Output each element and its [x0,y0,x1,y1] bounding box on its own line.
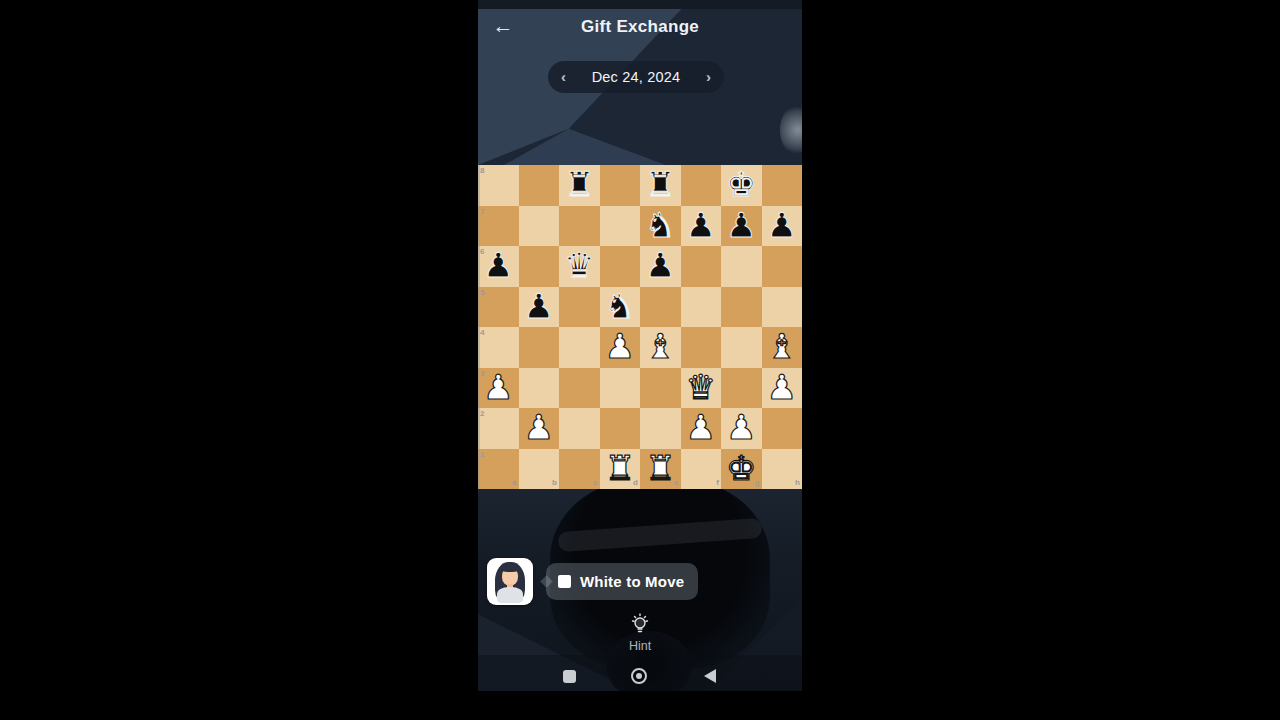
square-f7[interactable]: ♟ [681,206,722,247]
android-nav-bar [478,664,802,690]
turn-bubble: White to Move [546,563,698,600]
white-pawn-d4[interactable]: ♟ [600,327,641,368]
avatar [487,558,533,605]
square-a2[interactable]: 2 [478,408,519,449]
app-window: ← Gift Exchange ‹ Dec 24, 2024 › 8♜♜♚7♞♟… [478,0,802,691]
square-f6[interactable] [681,246,722,287]
square-h7[interactable]: ♟ [762,206,803,247]
white-rook-d1[interactable]: ♜ [600,449,641,490]
black-pawn-h7[interactable]: ♟ [762,206,803,247]
square-e2[interactable] [640,408,681,449]
page-title: Gift Exchange [478,17,802,37]
square-f4[interactable] [681,327,722,368]
square-b3[interactable] [519,368,560,409]
square-a8[interactable]: 8 [478,165,519,206]
square-f3[interactable]: ♛ [681,368,722,409]
square-c4[interactable] [559,327,600,368]
square-d7[interactable] [600,206,641,247]
square-h8[interactable] [762,165,803,206]
screen: ← Gift Exchange ‹ Dec 24, 2024 › 8♜♜♚7♞♟… [0,0,1280,720]
square-g4[interactable] [721,327,762,368]
square-e4[interactable]: ♝ [640,327,681,368]
square-b2[interactable]: ♟ [519,408,560,449]
file-label: b [552,479,557,487]
rank-label: 2 [480,410,484,418]
square-g1[interactable]: g♚ [721,449,762,490]
square-e7[interactable]: ♞ [640,206,681,247]
square-d3[interactable] [600,368,641,409]
square-c1[interactable]: c [559,449,600,490]
board-edge-artifact [478,165,480,489]
square-b5[interactable]: ♟ [519,287,560,328]
next-date-icon[interactable]: › [706,61,711,93]
background-piece-glow [780,104,802,156]
bottom-black-strip [478,691,802,720]
square-e6[interactable]: ♟ [640,246,681,287]
white-king-g1[interactable]: ♚ [721,449,762,490]
square-a5[interactable]: 5 [478,287,519,328]
date-selector[interactable]: ‹ Dec 24, 2024 › [548,61,724,93]
square-b4[interactable] [519,327,560,368]
black-king-g8[interactable]: ♚ [721,165,762,206]
board-grid[interactable]: 8♜♜♚7♞♟♟♟6♟♛♟5♟♞4♟♝♝3♟♛♟2♟♟♟1abcd♜e♜fg♚h [478,165,802,489]
rank-label: 7 [480,208,484,216]
status-bar [478,0,802,9]
black-pawn-g7[interactable]: ♟ [721,206,762,247]
square-d8[interactable] [600,165,641,206]
overview-button-icon[interactable] [563,670,576,683]
square-g8[interactable]: ♚ [721,165,762,206]
bubble-notch [540,575,553,588]
white-pawn-h3[interactable]: ♟ [762,368,803,409]
black-pawn-b5[interactable]: ♟ [519,287,560,328]
rank-label: 4 [480,329,484,337]
file-label: a [512,479,516,487]
square-d5[interactable]: ♞ [600,287,641,328]
square-h3[interactable]: ♟ [762,368,803,409]
white-bishop-h4[interactable]: ♝ [762,327,803,368]
black-pawn-e6[interactable]: ♟ [640,246,681,287]
square-c3[interactable] [559,368,600,409]
black-rook-c8[interactable]: ♜ [559,165,600,206]
file-label: c [593,479,597,487]
white-pawn-a3[interactable]: ♟ [478,368,519,409]
back-button[interactable]: ← [490,13,516,39]
avatar-body [497,587,523,603]
square-c8[interactable]: ♜ [559,165,600,206]
lightbulb-icon [628,612,652,636]
white-pawn-f2[interactable]: ♟ [681,408,722,449]
square-b7[interactable] [519,206,560,247]
white-side-icon [558,575,571,588]
square-c5[interactable] [559,287,600,328]
white-pawn-b2[interactable]: ♟ [519,408,560,449]
file-label: h [795,479,800,487]
black-knight-d5[interactable]: ♞ [600,287,641,328]
square-d2[interactable] [600,408,641,449]
square-a3[interactable]: 3♟ [478,368,519,409]
hint-label: Hint [629,639,651,653]
square-h4[interactable]: ♝ [762,327,803,368]
prev-date-icon[interactable]: ‹ [561,61,566,93]
file-label: f [716,479,719,487]
turn-label: White to Move [580,573,684,590]
square-e8[interactable]: ♜ [640,165,681,206]
black-knight-e7[interactable]: ♞ [640,206,681,247]
white-queen-f3[interactable]: ♛ [681,368,722,409]
square-h6[interactable] [762,246,803,287]
square-c2[interactable] [559,408,600,449]
black-rook-e8[interactable]: ♜ [640,165,681,206]
white-pawn-g2[interactable]: ♟ [721,408,762,449]
square-b1[interactable]: b [519,449,560,490]
square-d1[interactable]: d♜ [600,449,641,490]
white-bishop-e4[interactable]: ♝ [640,327,681,368]
square-d4[interactable]: ♟ [600,327,641,368]
square-e1[interactable]: e♜ [640,449,681,490]
square-c6[interactable]: ♛ [559,246,600,287]
square-e3[interactable] [640,368,681,409]
square-c7[interactable] [559,206,600,247]
square-g7[interactable]: ♟ [721,206,762,247]
turn-indicator-row: White to Move [487,557,698,605]
square-f1[interactable]: f [681,449,722,490]
square-e5[interactable] [640,287,681,328]
square-h5[interactable] [762,287,803,328]
avatar-bangs [500,564,520,572]
header: ← Gift Exchange [478,10,802,44]
square-a6[interactable]: 6♟ [478,246,519,287]
black-queen-c6[interactable]: ♛ [559,246,600,287]
square-g3[interactable] [721,368,762,409]
rank-label: 8 [480,167,484,175]
square-b8[interactable] [519,165,560,206]
square-b6[interactable] [519,246,560,287]
square-f8[interactable] [681,165,722,206]
back-button-icon[interactable] [704,669,716,683]
black-pawn-a6[interactable]: ♟ [478,246,519,287]
square-a4[interactable]: 4 [478,327,519,368]
square-h2[interactable] [762,408,803,449]
square-a1[interactable]: 1a [478,449,519,490]
date-label: Dec 24, 2024 [592,69,681,85]
hint-button[interactable]: Hint [478,612,802,653]
square-f5[interactable] [681,287,722,328]
square-a7[interactable]: 7 [478,206,519,247]
square-g5[interactable] [721,287,762,328]
black-pawn-f7[interactable]: ♟ [681,206,722,247]
home-button-icon[interactable] [631,668,647,684]
square-h1[interactable]: h [762,449,803,490]
chess-board[interactable]: 8♜♜♚7♞♟♟♟6♟♛♟5♟♞4♟♝♝3♟♛♟2♟♟♟1abcd♜e♜fg♚h [478,165,802,489]
rank-label: 1 [480,451,484,459]
square-g6[interactable] [721,246,762,287]
rank-label: 5 [480,289,484,297]
square-f2[interactable]: ♟ [681,408,722,449]
white-rook-e1[interactable]: ♜ [640,449,681,490]
square-g2[interactable]: ♟ [721,408,762,449]
square-d6[interactable] [600,246,641,287]
